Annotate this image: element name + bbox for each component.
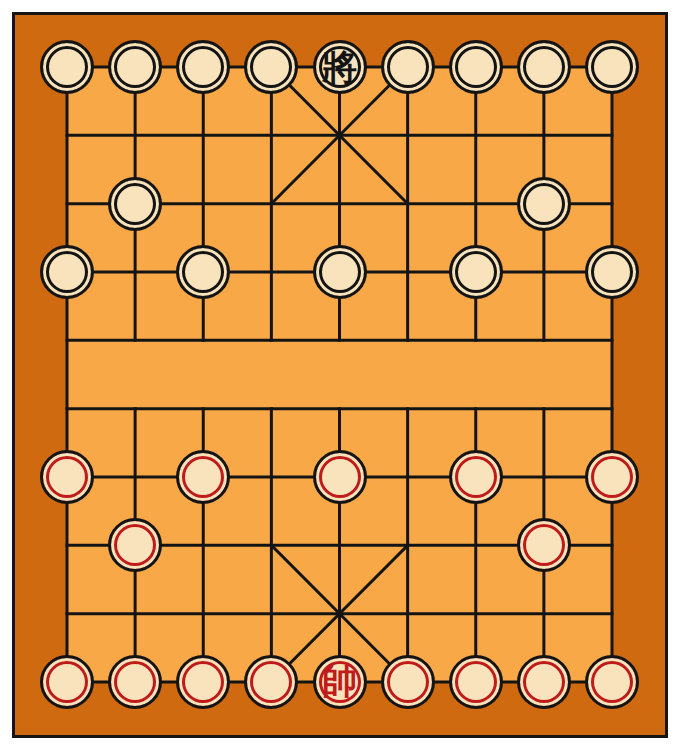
piece-red-chariot[interactable] [585,655,639,709]
piece-red-elephant[interactable] [449,655,503,709]
piece-black-soldier[interactable] [585,245,639,299]
piece-red-advisor[interactable] [244,655,298,709]
piece-black-advisor[interactable] [381,40,435,94]
piece-black-soldier[interactable] [313,245,367,299]
piece-black-elephant[interactable] [176,40,230,94]
piece-black-chariot[interactable] [585,40,639,94]
piece-red-cannon[interactable] [108,518,162,572]
piece-black-soldier[interactable] [40,245,94,299]
piece-black-cannon[interactable] [517,177,571,231]
piece-black-horse[interactable] [108,40,162,94]
piece-black-elephant[interactable] [449,40,503,94]
piece-red-soldier[interactable] [313,450,367,504]
piece-red-advisor[interactable] [381,655,435,709]
piece-red-cannon[interactable] [517,518,571,572]
xiangqi-board: 將帥 [0,0,680,750]
piece-red-soldier[interactable] [585,450,639,504]
piece-red-horse[interactable] [517,655,571,709]
piece-black-chariot[interactable] [40,40,94,94]
piece-black-cannon[interactable] [108,177,162,231]
piece-black-soldier[interactable] [449,245,503,299]
piece-red-soldier[interactable] [176,450,230,504]
piece-red-horse[interactable] [108,655,162,709]
piece-red-soldier[interactable] [40,450,94,504]
piece-red-chariot[interactable] [40,655,94,709]
piece-black-general[interactable]: 將 [313,40,367,94]
piece-black-soldier[interactable] [176,245,230,299]
piece-red-soldier[interactable] [449,450,503,504]
piece-red-elephant[interactable] [176,655,230,709]
piece-layer: 將帥 [0,0,680,750]
piece-black-advisor[interactable] [244,40,298,94]
piece-black-horse[interactable] [517,40,571,94]
piece-red-general[interactable]: 帥 [313,655,367,709]
